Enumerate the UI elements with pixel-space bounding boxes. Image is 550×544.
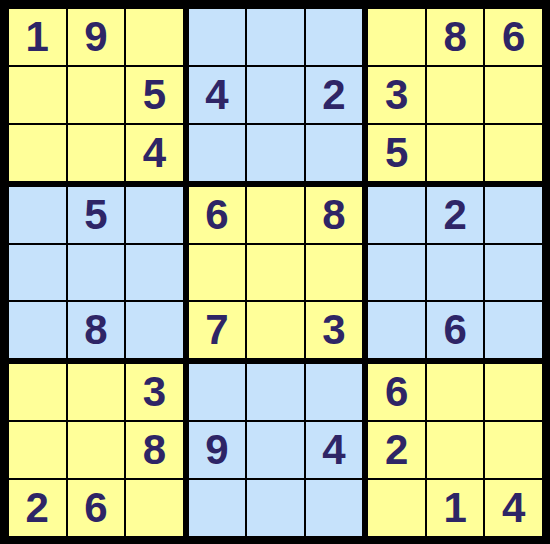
sudoku-board: 1986542345568287363689422614 [9,9,542,536]
cell-r2c8[interactable] [427,67,484,123]
cell-r8c2[interactable] [68,422,125,478]
cell-r4c1[interactable] [9,187,66,243]
cell-r7c8[interactable] [427,364,484,420]
cell-r4c4[interactable]: 6 [189,187,246,243]
cell-r1c7[interactable] [368,9,425,65]
cell-r7c4[interactable] [189,364,246,420]
cell-r9c9[interactable]: 4 [485,480,542,536]
cell-r9c7[interactable] [368,480,425,536]
cell-r5c4[interactable] [189,245,246,301]
cell-r6c3[interactable] [126,302,183,358]
cell-r1c9[interactable]: 6 [485,9,542,65]
cell-r3c4[interactable] [189,125,246,181]
cell-r1c1[interactable]: 1 [9,9,66,65]
cell-r3c9[interactable] [485,125,542,181]
cell-r1c2[interactable]: 9 [68,9,125,65]
cell-r2c2[interactable] [68,67,125,123]
cell-r3c6[interactable] [306,125,363,181]
cell-r9c8[interactable]: 1 [427,480,484,536]
cell-r2c1[interactable] [9,67,66,123]
cell-r1c6[interactable] [306,9,363,65]
cell-r7c6[interactable] [306,364,363,420]
cell-r9c5[interactable] [247,480,304,536]
cell-r3c7[interactable]: 5 [368,125,425,181]
sudoku-board-frame: 1986542345568287363689422614 [0,0,550,544]
cell-r2c9[interactable] [485,67,542,123]
cell-r5c5[interactable] [247,245,304,301]
cell-r7c1[interactable] [9,364,66,420]
cell-r5c9[interactable] [485,245,542,301]
cell-r4c9[interactable] [485,187,542,243]
cell-r9c4[interactable] [189,480,246,536]
cell-r4c2[interactable]: 5 [68,187,125,243]
cell-r4c6[interactable]: 8 [306,187,363,243]
cell-r6c9[interactable] [485,302,542,358]
cell-r7c7[interactable]: 6 [368,364,425,420]
cell-r2c3[interactable]: 5 [126,67,183,123]
cell-r4c8[interactable]: 2 [427,187,484,243]
cell-r6c1[interactable] [9,302,66,358]
cell-r1c5[interactable] [247,9,304,65]
cell-r6c2[interactable]: 8 [68,302,125,358]
cell-r6c4[interactable]: 7 [189,302,246,358]
cell-r5c3[interactable] [126,245,183,301]
cell-r7c5[interactable] [247,364,304,420]
cell-r7c3[interactable]: 3 [126,364,183,420]
cell-r6c8[interactable]: 6 [427,302,484,358]
cell-r8c3[interactable]: 8 [126,422,183,478]
cell-r8c8[interactable] [427,422,484,478]
cell-r8c9[interactable] [485,422,542,478]
cell-r5c7[interactable] [368,245,425,301]
cell-r9c1[interactable]: 2 [9,480,66,536]
cell-r5c1[interactable] [9,245,66,301]
cell-r5c8[interactable] [427,245,484,301]
cell-r8c5[interactable] [247,422,304,478]
cell-r1c3[interactable] [126,9,183,65]
cell-r5c6[interactable] [306,245,363,301]
cell-r6c7[interactable] [368,302,425,358]
cell-r2c5[interactable] [247,67,304,123]
cell-r1c4[interactable] [189,9,246,65]
cell-r4c7[interactable] [368,187,425,243]
cell-r6c6[interactable]: 3 [306,302,363,358]
cell-r3c1[interactable] [9,125,66,181]
cell-r2c6[interactable]: 2 [306,67,363,123]
cell-r5c2[interactable] [68,245,125,301]
cell-r7c9[interactable] [485,364,542,420]
cell-r2c7[interactable]: 3 [368,67,425,123]
cell-r4c3[interactable] [126,187,183,243]
cell-r2c4[interactable]: 4 [189,67,246,123]
cell-r3c5[interactable] [247,125,304,181]
cell-r8c4[interactable]: 9 [189,422,246,478]
cell-r9c6[interactable] [306,480,363,536]
cell-r4c5[interactable] [247,187,304,243]
cell-r3c3[interactable]: 4 [126,125,183,181]
cell-r7c2[interactable] [68,364,125,420]
cell-r8c6[interactable]: 4 [306,422,363,478]
cell-r6c5[interactable] [247,302,304,358]
cell-r3c2[interactable] [68,125,125,181]
cell-r8c7[interactable]: 2 [368,422,425,478]
cell-r1c8[interactable]: 8 [427,9,484,65]
cell-r9c3[interactable] [126,480,183,536]
cell-r3c8[interactable] [427,125,484,181]
cell-r8c1[interactable] [9,422,66,478]
cell-r9c2[interactable]: 6 [68,480,125,536]
